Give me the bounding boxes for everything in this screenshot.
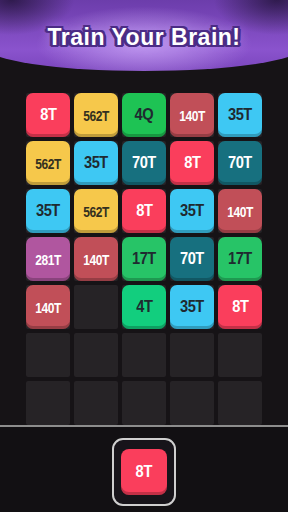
empty-cell-r7c3[interactable]: [122, 381, 166, 425]
banner-title: Train Your Brain!: [0, 24, 288, 51]
tile-70t-r2c3[interactable]: 70T: [122, 141, 166, 185]
next-tile-slot: 8T: [112, 438, 176, 506]
tile-140t-r3c5[interactable]: 140T: [218, 189, 262, 233]
tile-562t-r3c2[interactable]: 562T: [74, 189, 118, 233]
tile-35t-r3c1[interactable]: 35T: [26, 189, 70, 233]
tile-35t-r3c4[interactable]: 35T: [170, 189, 214, 233]
empty-cell-r6c5[interactable]: [218, 333, 262, 377]
tile-562t-r1c2[interactable]: 562T: [74, 93, 118, 137]
empty-cell-r7c4[interactable]: [170, 381, 214, 425]
next-tile-value: 8T: [135, 462, 152, 482]
empty-cell-r7c2[interactable]: [74, 381, 118, 425]
tile-4t-r5c3[interactable]: 4T: [122, 285, 166, 329]
tile-17t-r4c3[interactable]: 17T: [122, 237, 166, 281]
game-board: 8T562T4Q140T35T562T35T70T8T70T35T562T8T3…: [26, 93, 262, 425]
empty-cell-r5c2[interactable]: [74, 285, 118, 329]
empty-cell-r6c2[interactable]: [74, 333, 118, 377]
game-screen: Train Your Brain! 8T562T4Q140T35T562T35T…: [0, 0, 288, 512]
empty-cell-r7c1[interactable]: [26, 381, 70, 425]
tile-70t-r4c4[interactable]: 70T: [170, 237, 214, 281]
empty-cell-r6c1[interactable]: [26, 333, 70, 377]
tile-8t-r3c3[interactable]: 8T: [122, 189, 166, 233]
tile-8t-r1c1[interactable]: 8T: [26, 93, 70, 137]
empty-cell-r6c4[interactable]: [170, 333, 214, 377]
tile-35t-r2c2[interactable]: 35T: [74, 141, 118, 185]
tile-8t-r5c5[interactable]: 8T: [218, 285, 262, 329]
tile-562t-r2c1[interactable]: 562T: [26, 141, 70, 185]
empty-cell-r7c5[interactable]: [218, 381, 262, 425]
next-tile[interactable]: 8T: [121, 449, 167, 495]
empty-cell-r6c3[interactable]: [122, 333, 166, 377]
tile-140t-r1c4[interactable]: 140T: [170, 93, 214, 137]
tile-281t-r4c1[interactable]: 281T: [26, 237, 70, 281]
tile-140t-r5c1[interactable]: 140T: [26, 285, 70, 329]
tile-17t-r4c5[interactable]: 17T: [218, 237, 262, 281]
tile-4q-r1c3[interactable]: 4Q: [122, 93, 166, 137]
tile-8t-r2c4[interactable]: 8T: [170, 141, 214, 185]
tile-35t-r1c5[interactable]: 35T: [218, 93, 262, 137]
tile-35t-r5c4[interactable]: 35T: [170, 285, 214, 329]
tile-140t-r4c2[interactable]: 140T: [74, 237, 118, 281]
tile-70t-r2c5[interactable]: 70T: [218, 141, 262, 185]
